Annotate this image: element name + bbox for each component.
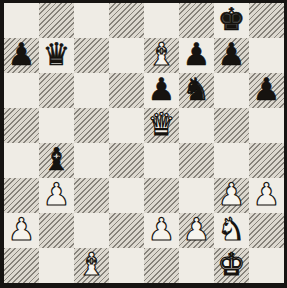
square-d1[interactable] [109,248,144,283]
square-g8[interactable]: ♚ [214,3,249,38]
square-d6[interactable] [109,73,144,108]
black-king: ♚ [218,4,246,35]
square-b3[interactable]: ♟ [39,178,74,213]
square-a2[interactable]: ♟ [4,213,39,248]
square-c8[interactable] [74,3,109,38]
square-e7[interactable]: ♝ [144,38,179,73]
square-e4[interactable] [144,143,179,178]
square-d7[interactable] [109,38,144,73]
square-b7[interactable]: ♛ [39,38,74,73]
square-g1[interactable]: ♚ [214,248,249,283]
white-pawn: ♟ [253,179,281,210]
black-knight: ♞ [183,74,211,105]
chessboard-frame: ♚♟♛♝♟♟♟♞♟♛♝♟♟♟♟♟♟♞♝♚ [0,0,287,288]
white-pawn: ♟ [148,214,176,245]
square-g2[interactable]: ♞ [214,213,249,248]
square-h5[interactable] [249,108,284,143]
square-h2[interactable] [249,213,284,248]
square-b5[interactable] [39,108,74,143]
square-f1[interactable] [179,248,214,283]
square-g5[interactable] [214,108,249,143]
square-b4[interactable]: ♝ [39,143,74,178]
square-d4[interactable] [109,143,144,178]
square-h1[interactable] [249,248,284,283]
square-a4[interactable] [4,143,39,178]
black-pawn: ♟ [183,39,211,70]
white-pawn: ♟ [8,214,36,245]
square-f8[interactable] [179,3,214,38]
black-pawn: ♟ [8,39,36,70]
square-h6[interactable]: ♟ [249,73,284,108]
square-e2[interactable]: ♟ [144,213,179,248]
square-f7[interactable]: ♟ [179,38,214,73]
square-b6[interactable] [39,73,74,108]
square-c7[interactable] [74,38,109,73]
square-b2[interactable] [39,213,74,248]
square-a3[interactable] [4,178,39,213]
square-h8[interactable] [249,3,284,38]
square-e3[interactable] [144,178,179,213]
white-bishop: ♝ [148,39,176,70]
square-b1[interactable] [39,248,74,283]
white-king: ♚ [218,249,246,280]
square-h4[interactable] [249,143,284,178]
square-f3[interactable] [179,178,214,213]
square-g4[interactable] [214,143,249,178]
square-a7[interactable]: ♟ [4,38,39,73]
white-bishop: ♝ [78,249,106,280]
square-d8[interactable] [109,3,144,38]
square-a8[interactable] [4,3,39,38]
square-c2[interactable] [74,213,109,248]
square-f6[interactable]: ♞ [179,73,214,108]
square-h3[interactable]: ♟ [249,178,284,213]
black-pawn: ♟ [218,39,246,70]
square-e1[interactable] [144,248,179,283]
square-c3[interactable] [74,178,109,213]
white-knight: ♞ [218,214,246,245]
square-e8[interactable] [144,3,179,38]
square-c1[interactable]: ♝ [74,248,109,283]
square-f4[interactable] [179,143,214,178]
chessboard: ♚♟♛♝♟♟♟♞♟♛♝♟♟♟♟♟♟♞♝♚ [4,3,284,283]
square-c4[interactable] [74,143,109,178]
square-g7[interactable]: ♟ [214,38,249,73]
square-e5[interactable]: ♛ [144,108,179,143]
white-pawn: ♟ [183,214,211,245]
black-pawn: ♟ [253,74,281,105]
square-e6[interactable]: ♟ [144,73,179,108]
square-d2[interactable] [109,213,144,248]
square-g6[interactable] [214,73,249,108]
square-h7[interactable] [249,38,284,73]
white-pawn: ♟ [43,179,71,210]
square-g3[interactable]: ♟ [214,178,249,213]
square-a5[interactable] [4,108,39,143]
square-a1[interactable] [4,248,39,283]
square-d3[interactable] [109,178,144,213]
black-queen: ♛ [43,39,71,70]
white-pawn: ♟ [218,179,246,210]
square-f2[interactable]: ♟ [179,213,214,248]
square-c6[interactable] [74,73,109,108]
black-bishop: ♝ [43,144,71,175]
square-b8[interactable] [39,3,74,38]
square-f5[interactable] [179,108,214,143]
square-a6[interactable] [4,73,39,108]
black-pawn: ♟ [148,74,176,105]
square-d5[interactable] [109,108,144,143]
square-c5[interactable] [74,108,109,143]
white-queen: ♛ [148,109,176,140]
